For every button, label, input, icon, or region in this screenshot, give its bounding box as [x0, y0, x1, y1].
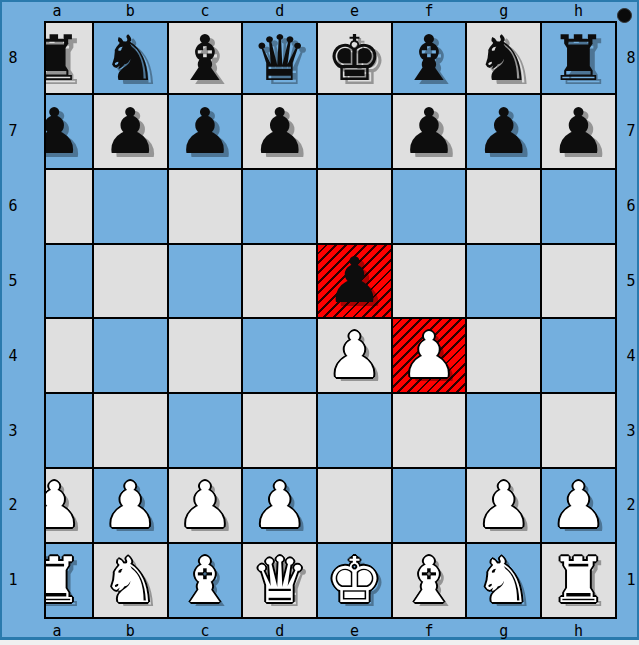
square-d5[interactable] [243, 245, 316, 318]
square-e5[interactable]: ♟ [318, 245, 391, 318]
square-b2[interactable]: ♟ [94, 469, 167, 542]
file-label-a: a [34, 1, 80, 20]
square-b5[interactable] [94, 245, 167, 318]
square-f7[interactable]: ♟ [393, 95, 466, 168]
square-c3[interactable] [169, 394, 242, 467]
square-e3[interactable] [318, 394, 391, 467]
file-label-c: c [169, 1, 242, 20]
rank-label-7: 7 [620, 95, 639, 168]
piece-white-pawn[interactable]: ♟ [326, 324, 382, 387]
piece-white-pawn[interactable]: ♟ [177, 474, 233, 537]
piece-white-knight[interactable]: ♞ [476, 549, 532, 612]
square-f1[interactable]: ♝ [393, 544, 466, 617]
piece-black-pawn[interactable]: ♟ [177, 100, 233, 163]
square-h6[interactable] [542, 170, 615, 243]
square-e8[interactable]: ♚ [318, 23, 391, 93]
turn-indicator-dot [617, 8, 632, 23]
square-g5[interactable] [467, 245, 540, 318]
square-h4[interactable] [542, 319, 615, 392]
piece-white-pawn[interactable]: ♟ [251, 474, 307, 537]
rank-label-6: 6 [620, 170, 639, 243]
square-d1[interactable]: ♛ [243, 544, 316, 617]
square-h8[interactable]: ♜ [542, 23, 615, 93]
square-d2[interactable]: ♟ [243, 469, 316, 542]
file-label-b: b [94, 1, 167, 20]
piece-black-pawn[interactable]: ♟ [476, 100, 532, 163]
square-b8[interactable]: ♞ [94, 23, 167, 93]
square-e7[interactable] [318, 95, 391, 168]
square-a6[interactable] [46, 170, 92, 243]
square-c5[interactable] [169, 245, 242, 318]
square-d7[interactable]: ♟ [243, 95, 316, 168]
rank-label-3: 3 [2, 394, 24, 467]
square-e6[interactable] [318, 170, 391, 243]
piece-black-knight[interactable]: ♞ [476, 27, 532, 90]
file-label-h: h [542, 621, 615, 640]
square-g1[interactable]: ♞ [467, 544, 540, 617]
square-d8[interactable]: ♛ [243, 23, 316, 93]
square-d4[interactable] [243, 319, 316, 392]
file-label-h: h [542, 1, 615, 20]
piece-white-pawn[interactable]: ♟ [550, 474, 606, 537]
square-g3[interactable] [467, 394, 540, 467]
square-d6[interactable] [243, 170, 316, 243]
square-h5[interactable] [542, 245, 615, 318]
file-labels-bottom: abcdefgh [46, 621, 619, 640]
file-label-c: c [169, 621, 242, 640]
rank-label-5: 5 [2, 245, 24, 318]
piece-black-pawn[interactable]: ♟ [401, 100, 457, 163]
file-label-b: b [94, 621, 167, 640]
square-b4[interactable] [94, 319, 167, 392]
rank-label-4: 4 [620, 319, 639, 392]
square-e4[interactable]: ♟ [318, 319, 391, 392]
square-c2[interactable]: ♟ [169, 469, 242, 542]
square-e2[interactable] [318, 469, 391, 542]
rank-labels-left: 87654321 [2, 23, 24, 621]
piece-white-pawn[interactable]: ♟ [46, 474, 82, 537]
rank-labels-right: 87654321 [620, 23, 639, 621]
square-d3[interactable] [243, 394, 316, 467]
piece-black-queen[interactable]: ♛ [251, 27, 307, 90]
square-f8[interactable]: ♝ [393, 23, 466, 93]
square-g8[interactable]: ♞ [467, 23, 540, 93]
rank-label-5: 5 [620, 245, 639, 318]
piece-white-pawn[interactable]: ♟ [476, 474, 532, 537]
file-label-d: d [243, 1, 316, 20]
piece-black-pawn[interactable]: ♟ [251, 100, 307, 163]
piece-black-pawn[interactable]: ♟ [326, 249, 382, 312]
file-label-a: a [34, 621, 80, 640]
piece-black-bishop[interactable]: ♝ [401, 27, 457, 90]
rank-label-3: 3 [620, 394, 639, 467]
square-c1[interactable]: ♝ [169, 544, 242, 617]
piece-black-rook[interactable]: ♜ [46, 27, 82, 90]
piece-black-pawn[interactable]: ♟ [46, 100, 82, 163]
square-b7[interactable]: ♟ [94, 95, 167, 168]
square-h1[interactable]: ♜ [542, 544, 615, 617]
square-a8[interactable]: ♜ [46, 23, 92, 93]
square-h3[interactable] [542, 394, 615, 467]
square-b6[interactable] [94, 170, 167, 243]
file-label-f: f [393, 1, 466, 20]
square-a7[interactable]: ♟ [46, 95, 92, 168]
square-g4[interactable] [467, 319, 540, 392]
rank-label-2: 2 [2, 469, 24, 542]
square-b1[interactable]: ♞ [94, 544, 167, 617]
square-a5[interactable] [46, 245, 92, 318]
square-a4[interactable] [46, 319, 92, 392]
square-f6[interactable] [393, 170, 466, 243]
square-h7[interactable]: ♟ [542, 95, 615, 168]
piece-white-queen[interactable]: ♛ [251, 549, 307, 612]
file-label-g: g [467, 621, 540, 640]
file-label-g: g [467, 1, 540, 20]
square-f2[interactable] [393, 469, 466, 542]
rank-label-4: 4 [2, 319, 24, 392]
square-h2[interactable]: ♟ [542, 469, 615, 542]
piece-black-pawn[interactable]: ♟ [550, 100, 606, 163]
piece-white-knight[interactable]: ♞ [102, 549, 158, 612]
rank-label-6: 6 [2, 170, 24, 243]
piece-black-king[interactable]: ♚ [326, 27, 382, 90]
rank-label-1: 1 [2, 544, 24, 617]
piece-black-rook[interactable]: ♜ [550, 27, 606, 90]
chess-board: ♜♞♝♛♚♝♞♜♟♟♟♟♟♟♟♟♟♟♟♟♟♟♟♟♜♞♝♛♚♝♞♜ [44, 21, 617, 619]
square-f5[interactable] [393, 245, 466, 318]
square-b3[interactable] [94, 394, 167, 467]
square-a3[interactable] [46, 394, 92, 467]
square-a2[interactable]: ♟ [46, 469, 92, 542]
square-f3[interactable] [393, 394, 466, 467]
piece-white-bishop[interactable]: ♝ [401, 549, 457, 612]
piece-black-bishop[interactable]: ♝ [177, 27, 233, 90]
square-g7[interactable]: ♟ [467, 95, 540, 168]
square-g6[interactable] [467, 170, 540, 243]
piece-white-rook[interactable]: ♜ [46, 549, 82, 612]
file-label-e: e [318, 621, 391, 640]
piece-black-pawn[interactable]: ♟ [102, 100, 158, 163]
square-e1[interactable]: ♚ [318, 544, 391, 617]
file-labels-top: abcdefgh [46, 1, 619, 20]
square-f4[interactable]: ♟ [393, 319, 466, 392]
rank-label-7: 7 [2, 95, 24, 168]
rank-label-1: 1 [620, 544, 639, 617]
file-label-d: d [243, 621, 316, 640]
piece-white-pawn[interactable]: ♟ [401, 324, 457, 387]
piece-white-pawn[interactable]: ♟ [102, 474, 158, 537]
piece-white-king[interactable]: ♚ [326, 549, 382, 612]
file-label-f: f [393, 621, 466, 640]
rank-label-2: 2 [620, 469, 639, 542]
rank-label-8: 8 [620, 23, 639, 93]
rank-label-8: 8 [2, 23, 24, 93]
window-bottom-strip [0, 640, 639, 645]
square-c7[interactable]: ♟ [169, 95, 242, 168]
piece-black-knight[interactable]: ♞ [102, 27, 158, 90]
piece-white-rook[interactable]: ♜ [550, 549, 606, 612]
square-c8[interactable]: ♝ [169, 23, 242, 93]
square-c6[interactable] [169, 170, 242, 243]
piece-white-bishop[interactable]: ♝ [177, 549, 233, 612]
square-a1[interactable]: ♜ [46, 544, 92, 617]
square-c4[interactable] [169, 319, 242, 392]
file-label-e: e [318, 1, 391, 20]
square-g2[interactable]: ♟ [467, 469, 540, 542]
